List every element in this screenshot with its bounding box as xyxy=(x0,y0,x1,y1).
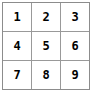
grid-cell-r2c1[interactable]: 4 xyxy=(3,32,31,60)
grid-cell-r1c3[interactable]: 3 xyxy=(61,3,89,31)
grid-cell-r3c2[interactable]: 8 xyxy=(32,61,60,89)
grid-cell-r1c2[interactable]: 2 xyxy=(32,3,60,31)
grid-cell-r3c3[interactable]: 9 xyxy=(61,61,89,89)
grid-cell-r3c1[interactable]: 7 xyxy=(3,61,31,89)
grid-cell-r2c2[interactable]: 5 xyxy=(32,32,60,60)
grid-cell-r2c3[interactable]: 6 xyxy=(61,32,89,60)
number-grid-board: 1 2 3 4 5 6 7 8 9 xyxy=(2,2,90,90)
grid-cell-r1c1[interactable]: 1 xyxy=(3,3,31,31)
